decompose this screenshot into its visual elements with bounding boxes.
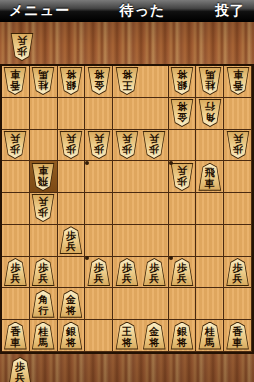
square-8d[interactable]: 飛車	[30, 161, 58, 193]
square-5i[interactable]: 王将	[113, 320, 141, 352]
square-3i[interactable]: 銀将	[169, 320, 197, 352]
piece-face: 角行	[199, 100, 221, 126]
square-7a[interactable]: 銀将	[58, 66, 86, 98]
piece-face: 金将	[171, 100, 193, 126]
square-3e[interactable]	[169, 193, 197, 225]
square-8h[interactable]: 角行	[30, 288, 58, 320]
piece-face: 歩兵	[88, 132, 110, 158]
square-8f[interactable]	[30, 225, 58, 257]
square-5e[interactable]	[113, 193, 141, 225]
square-5d[interactable]	[113, 161, 141, 193]
piece-face: 飛車	[199, 164, 221, 190]
square-8g[interactable]: 歩兵	[30, 257, 58, 289]
shogi-app-screen: メニュー 待った 投了 歩兵 香車桂馬銀将金将王将銀将桂馬香車金将角行歩兵歩兵歩…	[0, 0, 254, 382]
piece-face: 歩兵	[9, 358, 31, 382]
square-1g[interactable]: 歩兵	[224, 257, 252, 289]
square-1e[interactable]	[224, 193, 252, 225]
gote-piece-歩兵[interactable]: 歩兵	[87, 131, 111, 159]
square-3h[interactable]	[169, 288, 197, 320]
square-6i[interactable]	[85, 320, 113, 352]
piece-face: 桂馬	[32, 323, 54, 349]
piece-face: 歩兵	[11, 34, 33, 60]
sente-piece-香車[interactable]: 香車	[3, 322, 27, 350]
sente-piece-歩兵[interactable]: 歩兵	[8, 357, 32, 382]
square-9e[interactable]	[2, 193, 30, 225]
square-1d[interactable]	[224, 161, 252, 193]
square-6b[interactable]	[85, 98, 113, 130]
square-1h[interactable]	[224, 288, 252, 320]
gote-piece-歩兵[interactable]: 歩兵	[31, 194, 55, 222]
square-7c[interactable]: 歩兵	[58, 130, 86, 162]
square-6h[interactable]	[85, 288, 113, 320]
square-6f[interactable]	[85, 225, 113, 257]
square-4d[interactable]	[141, 161, 169, 193]
square-5g[interactable]: 歩兵	[113, 257, 141, 289]
square-5f[interactable]	[113, 225, 141, 257]
square-4a[interactable]	[141, 66, 169, 98]
sente-piece-金将[interactable]: 金将	[59, 290, 83, 318]
gote-piece-飛車[interactable]: 飛車	[31, 163, 55, 191]
piece-face: 銀将	[171, 323, 193, 349]
sente-piece-歩兵[interactable]: 歩兵	[3, 258, 27, 286]
square-4i[interactable]: 金将	[141, 320, 169, 352]
square-3b[interactable]: 金将	[169, 98, 197, 130]
square-9c[interactable]: 歩兵	[2, 130, 30, 162]
square-3a[interactable]: 銀将	[169, 66, 197, 98]
square-2a[interactable]: 桂馬	[196, 66, 224, 98]
shogi-board: 香車桂馬銀将金将王将銀将桂馬香車金将角行歩兵歩兵歩兵歩兵歩兵歩兵飛車歩兵飛車歩兵…	[0, 64, 254, 354]
gote-piece-歩兵[interactable]: 歩兵	[3, 131, 27, 159]
square-3d[interactable]: 歩兵	[169, 161, 197, 193]
star-point	[85, 161, 89, 165]
square-8a[interactable]: 桂馬	[30, 66, 58, 98]
square-6c[interactable]: 歩兵	[85, 130, 113, 162]
piece-face: 歩兵	[171, 164, 193, 190]
square-1b[interactable]	[224, 98, 252, 130]
sente-piece-歩兵[interactable]: 歩兵	[31, 258, 55, 286]
square-2h[interactable]	[196, 288, 224, 320]
sente-piece-桂馬[interactable]: 桂馬	[198, 322, 222, 350]
star-point	[169, 161, 173, 165]
square-2b[interactable]: 角行	[196, 98, 224, 130]
square-4h[interactable]	[141, 288, 169, 320]
sente-piece-角行[interactable]: 角行	[31, 290, 55, 318]
gote-piece-歩兵[interactable]: 歩兵	[142, 131, 166, 159]
piece-face: 桂馬	[199, 68, 221, 94]
top-toolbar: メニュー 待った 投了	[0, 0, 254, 22]
square-7g[interactable]	[58, 257, 86, 289]
piece-face: 歩兵	[32, 259, 54, 285]
square-7h[interactable]: 金将	[58, 288, 86, 320]
sente-piece-銀将[interactable]: 銀将	[170, 322, 194, 350]
square-7f[interactable]: 歩兵	[58, 225, 86, 257]
piece-face: 金将	[60, 291, 82, 317]
piece-face: 歩兵	[143, 132, 165, 158]
sente-piece-歩兵[interactable]: 歩兵	[115, 258, 139, 286]
sente-piece-飛車[interactable]: 飛車	[198, 163, 222, 191]
square-5a[interactable]: 王将	[113, 66, 141, 98]
square-8c[interactable]	[30, 130, 58, 162]
square-7b[interactable]	[58, 98, 86, 130]
sente-captured-tray: 歩兵	[8, 357, 32, 382]
square-2i[interactable]: 桂馬	[196, 320, 224, 352]
gote-piece-歩兵[interactable]: 歩兵	[115, 131, 139, 159]
piece-face: 歩兵	[32, 195, 54, 221]
piece-face: 香車	[4, 323, 26, 349]
piece-face: 歩兵	[171, 259, 193, 285]
square-9f[interactable]	[2, 225, 30, 257]
piece-face: 王将	[116, 68, 138, 94]
square-8b[interactable]	[30, 98, 58, 130]
piece-face: 歩兵	[116, 132, 138, 158]
square-2g[interactable]	[196, 257, 224, 289]
square-6g[interactable]: 歩兵	[85, 257, 113, 289]
square-7e[interactable]	[58, 193, 86, 225]
piece-face: 飛車	[32, 164, 54, 190]
square-9a[interactable]: 香車	[2, 66, 30, 98]
piece-face: 歩兵	[116, 259, 138, 285]
sente-piece-歩兵[interactable]: 歩兵	[59, 226, 83, 254]
square-1a[interactable]: 香車	[224, 66, 252, 98]
square-4f[interactable]	[141, 225, 169, 257]
gote-piece-金将[interactable]: 金将	[170, 99, 194, 127]
gote-piece-銀将[interactable]: 銀将	[59, 67, 83, 95]
resign-button[interactable]: 投了	[215, 2, 245, 20]
piece-face: 金将	[143, 323, 165, 349]
piece-face: 歩兵	[4, 259, 26, 285]
sente-piece-歩兵[interactable]: 歩兵	[87, 258, 111, 286]
square-7i[interactable]: 銀将	[58, 320, 86, 352]
piece-face: 銀将	[171, 68, 193, 94]
square-4c[interactable]: 歩兵	[141, 130, 169, 162]
sente-piece-王将[interactable]: 王将	[115, 322, 139, 350]
gote-piece-銀将[interactable]: 銀将	[170, 67, 194, 95]
square-2d[interactable]: 飛車	[196, 161, 224, 193]
piece-face: 香車	[227, 68, 249, 94]
sente-piece-歩兵[interactable]: 歩兵	[170, 258, 194, 286]
piece-face: 歩兵	[4, 132, 26, 158]
square-9d[interactable]	[2, 161, 30, 193]
sente-piece-香車[interactable]: 香車	[226, 322, 250, 350]
square-4b[interactable]	[141, 98, 169, 130]
square-5c[interactable]: 歩兵	[113, 130, 141, 162]
square-6e[interactable]	[85, 193, 113, 225]
square-4g[interactable]: 歩兵	[141, 257, 169, 289]
star-point	[169, 256, 173, 260]
piece-face: 金将	[88, 68, 110, 94]
piece-face: 香車	[4, 68, 26, 94]
gote-piece-香車[interactable]: 香車	[3, 67, 27, 95]
square-3f[interactable]	[169, 225, 197, 257]
gote-piece-金将[interactable]: 金将	[87, 67, 111, 95]
piece-face: 桂馬	[199, 323, 221, 349]
piece-face: 歩兵	[143, 259, 165, 285]
gote-piece-桂馬[interactable]: 桂馬	[31, 67, 55, 95]
square-2c[interactable]	[196, 130, 224, 162]
gote-piece-歩兵[interactable]: 歩兵	[170, 163, 194, 191]
piece-face: 歩兵	[88, 259, 110, 285]
square-5h[interactable]	[113, 288, 141, 320]
square-8i[interactable]: 桂馬	[30, 320, 58, 352]
gote-piece-桂馬[interactable]: 桂馬	[198, 67, 222, 95]
piece-face: 香車	[227, 323, 249, 349]
square-2e[interactable]	[196, 193, 224, 225]
piece-face: 銀将	[60, 323, 82, 349]
square-7d[interactable]	[58, 161, 86, 193]
piece-face: 王将	[116, 323, 138, 349]
star-point	[85, 256, 89, 260]
square-1c[interactable]: 歩兵	[224, 130, 252, 162]
square-6d[interactable]	[85, 161, 113, 193]
square-4e[interactable]	[141, 193, 169, 225]
piece-face: 歩兵	[227, 259, 249, 285]
piece-face: 銀将	[60, 68, 82, 94]
square-2f[interactable]	[196, 225, 224, 257]
gote-piece-香車[interactable]: 香車	[226, 67, 250, 95]
gote-piece-歩兵[interactable]: 歩兵	[226, 131, 250, 159]
sente-piece-歩兵[interactable]: 歩兵	[142, 258, 166, 286]
sente-piece-歩兵[interactable]: 歩兵	[226, 258, 250, 286]
piece-face: 歩兵	[227, 132, 249, 158]
gote-piece-王将[interactable]: 王将	[115, 67, 139, 95]
square-6a[interactable]: 金将	[85, 66, 113, 98]
square-1i[interactable]: 香車	[224, 320, 252, 352]
square-3g[interactable]: 歩兵	[169, 257, 197, 289]
square-9h[interactable]	[2, 288, 30, 320]
sente-piece-金将[interactable]: 金将	[142, 322, 166, 350]
gote-piece-歩兵[interactable]: 歩兵	[10, 33, 34, 61]
square-3c[interactable]	[169, 130, 197, 162]
gote-captured-tray: 歩兵	[10, 33, 34, 61]
sente-piece-銀将[interactable]: 銀将	[59, 322, 83, 350]
piece-face: 歩兵	[60, 132, 82, 158]
square-9g[interactable]: 歩兵	[2, 257, 30, 289]
piece-face: 桂馬	[32, 68, 54, 94]
square-8e[interactable]: 歩兵	[30, 193, 58, 225]
piece-face: 歩兵	[60, 227, 82, 253]
gote-piece-歩兵[interactable]: 歩兵	[59, 131, 83, 159]
piece-face: 角行	[32, 291, 54, 317]
sente-piece-桂馬[interactable]: 桂馬	[31, 322, 55, 350]
square-5b[interactable]	[113, 98, 141, 130]
square-9i[interactable]: 香車	[2, 320, 30, 352]
square-1f[interactable]	[224, 225, 252, 257]
menu-button[interactable]: メニュー	[9, 2, 70, 20]
gote-piece-角行[interactable]: 角行	[198, 99, 222, 127]
square-9b[interactable]	[2, 98, 30, 130]
undo-button[interactable]: 待った	[120, 2, 166, 20]
